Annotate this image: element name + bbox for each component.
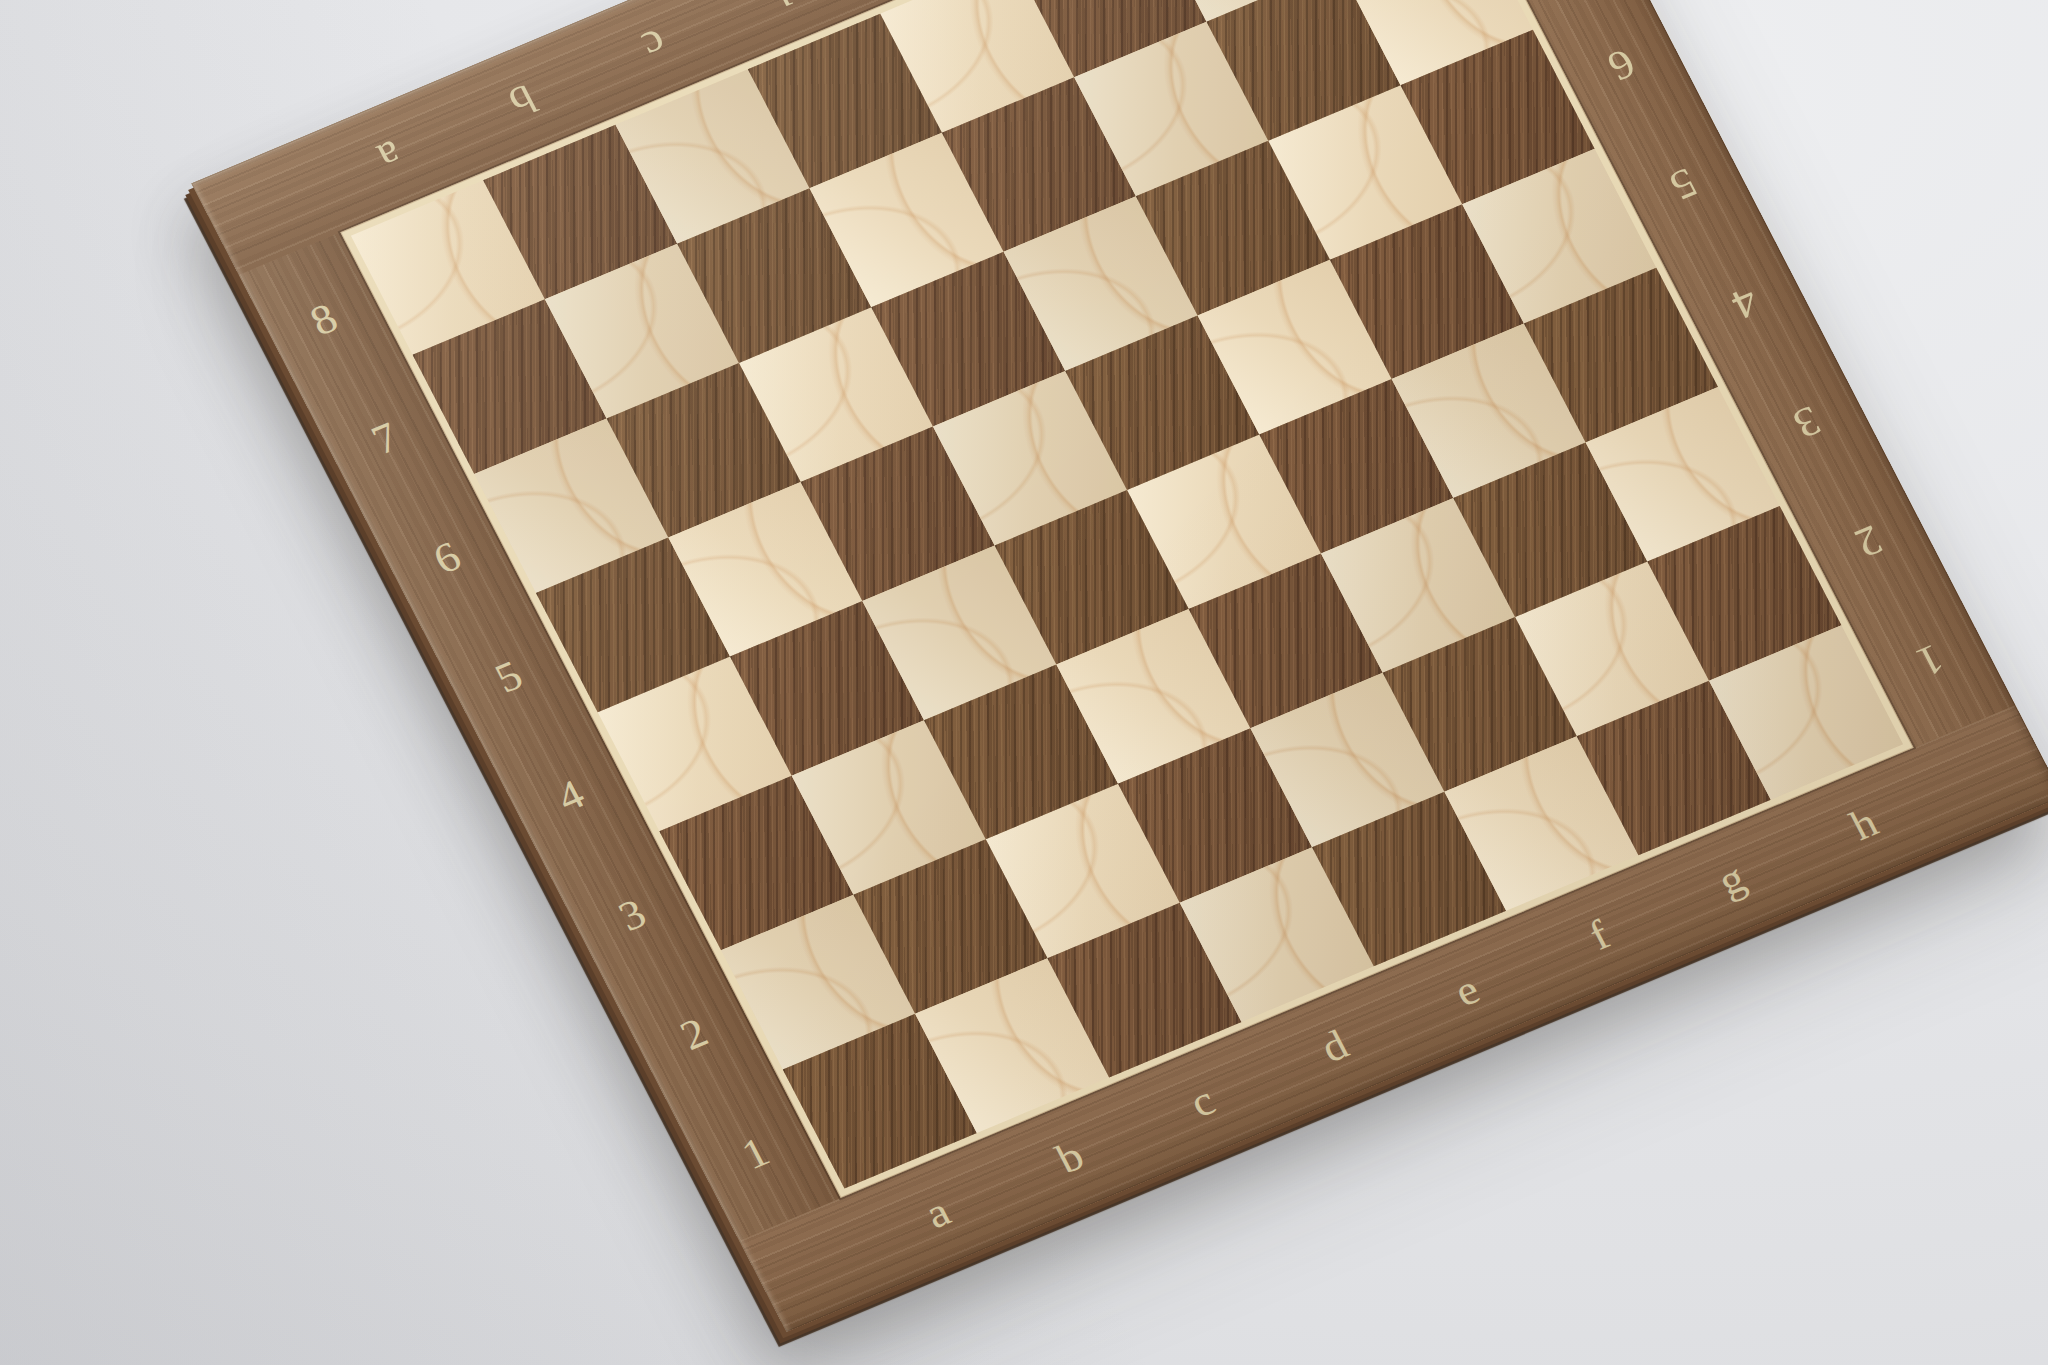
chess-board: abcdefgh abcdefgh 87654321 87654321 <box>191 0 2048 1332</box>
photo-background: abcdefgh abcdefgh 87654321 87654321 <box>0 0 2048 1365</box>
